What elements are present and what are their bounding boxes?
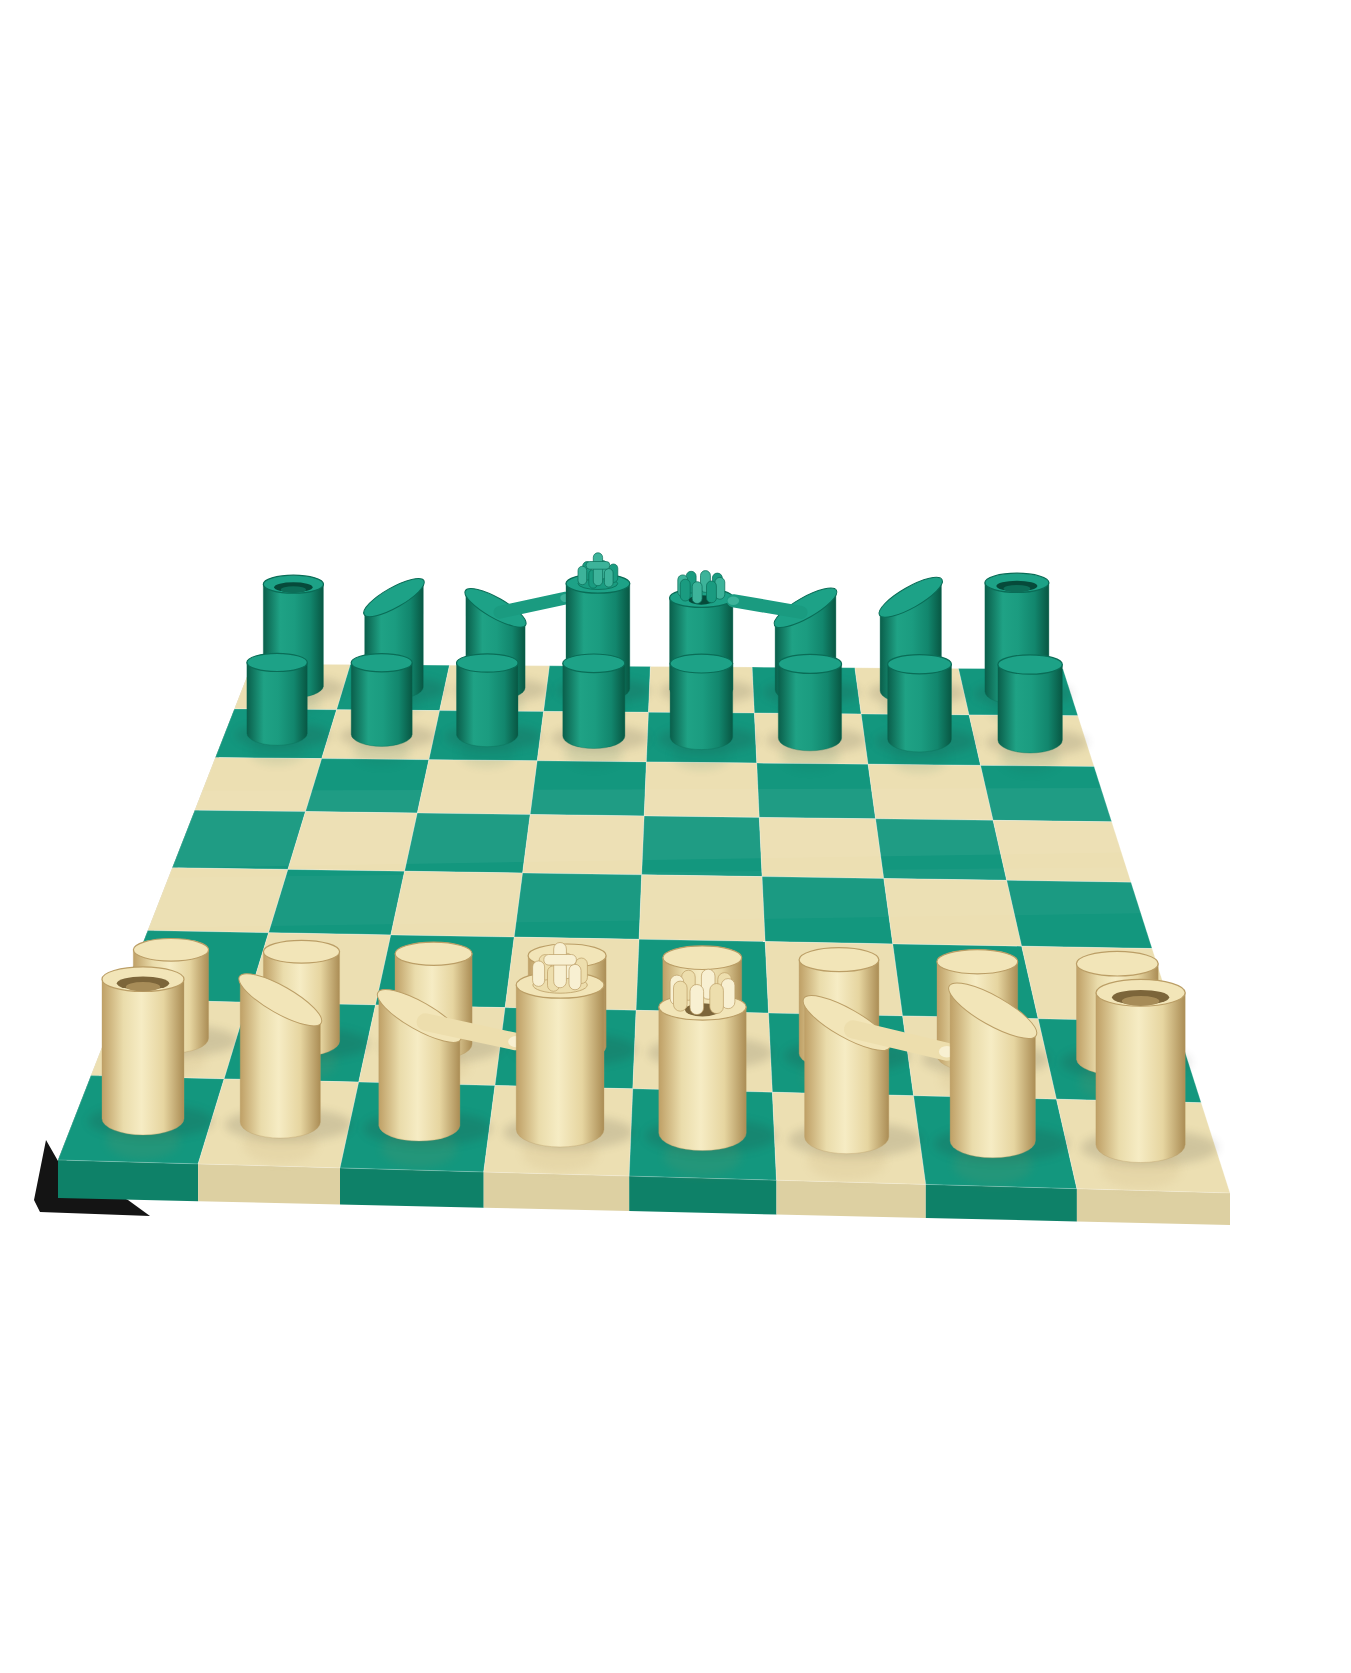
board-front-edge bbox=[777, 1180, 926, 1218]
board-front-edge bbox=[926, 1184, 1077, 1221]
chess-set-photo bbox=[0, 0, 1351, 1673]
board-front-edge bbox=[58, 1160, 198, 1201]
board-front-edge bbox=[629, 1176, 776, 1214]
board-front-edge bbox=[1077, 1189, 1230, 1225]
scene-svg bbox=[0, 0, 1351, 1673]
board-front-edge bbox=[340, 1168, 484, 1208]
board-front-edge bbox=[484, 1172, 630, 1211]
board-front-edge bbox=[198, 1164, 340, 1205]
